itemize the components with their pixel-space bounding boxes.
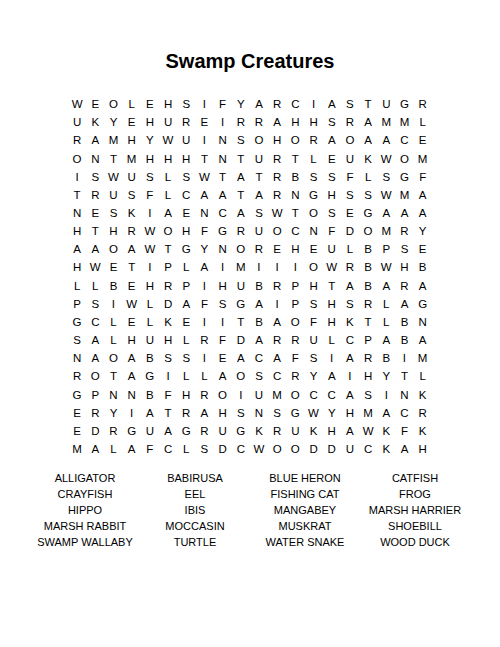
grid-cell-r5-c9[interactable]: T <box>214 168 232 186</box>
grid-cell-r19-c7[interactable]: G <box>177 422 195 440</box>
grid-cell-r9-c12[interactable]: E <box>268 240 286 258</box>
grid-cell-r11-c3[interactable]: B <box>104 277 122 295</box>
grid-cell-r12-c9[interactable]: S <box>214 295 232 313</box>
grid-cell-r15-c4[interactable]: A <box>123 349 141 367</box>
grid-cell-r7-c20[interactable]: A <box>414 204 432 222</box>
grid-cell-r4-c8[interactable]: T <box>195 149 213 167</box>
grid-cell-r9-c13[interactable]: H <box>286 240 304 258</box>
grid-cell-r9-c11[interactable]: R <box>250 240 268 258</box>
grid-cell-r5-c5[interactable]: S <box>141 168 159 186</box>
grid-cell-r1-c12[interactable]: R <box>268 95 286 113</box>
grid-cell-r2-c11[interactable]: R <box>250 113 268 131</box>
grid-cell-r11-c6[interactable]: R <box>159 277 177 295</box>
grid-cell-r2-c8[interactable]: E <box>195 113 213 131</box>
grid-cell-r6-c14[interactable]: G <box>304 186 322 204</box>
grid-cell-r14-c2[interactable]: A <box>86 331 104 349</box>
grid-cell-r8-c8[interactable]: F <box>195 222 213 240</box>
grid-cell-r13-c15[interactable]: H <box>323 313 341 331</box>
grid-cell-r13-c3[interactable]: L <box>104 313 122 331</box>
grid-cell-r14-c10[interactable]: D <box>232 331 250 349</box>
grid-cell-r5-c19[interactable]: G <box>395 168 413 186</box>
grid-cell-r15-c14[interactable]: S <box>304 349 322 367</box>
grid-cell-r1-c10[interactable]: Y <box>232 95 250 113</box>
grid-cell-r13-c9[interactable]: I <box>214 313 232 331</box>
grid-cell-r14-c5[interactable]: U <box>141 331 159 349</box>
grid-cell-r4-c17[interactable]: K <box>359 149 377 167</box>
grid-cell-r16-c4[interactable]: A <box>123 367 141 385</box>
grid-cell-r9-c5[interactable]: W <box>141 240 159 258</box>
grid-cell-r15-c9[interactable]: E <box>214 349 232 367</box>
grid-cell-r14-c18[interactable]: A <box>377 331 395 349</box>
grid-cell-r19-c8[interactable]: R <box>195 422 213 440</box>
grid-cell-r20-c10[interactable]: C <box>232 440 250 458</box>
grid-cell-r3-c12[interactable]: H <box>268 131 286 149</box>
grid-cell-r19-c11[interactable]: K <box>250 422 268 440</box>
grid-cell-r10-c9[interactable]: I <box>214 258 232 276</box>
grid-cell-r10-c15[interactable]: W <box>323 258 341 276</box>
grid-cell-r20-c16[interactable]: U <box>341 440 359 458</box>
grid-cell-r14-c6[interactable]: H <box>159 331 177 349</box>
grid-cell-r13-c14[interactable]: F <box>304 313 322 331</box>
grid-cell-r2-c15[interactable]: S <box>323 113 341 131</box>
grid-cell-r4-c9[interactable]: N <box>214 149 232 167</box>
grid-cell-r12-c2[interactable]: S <box>86 295 104 313</box>
grid-cell-r16-c12[interactable]: C <box>268 367 286 385</box>
grid-cell-r3-c18[interactable]: A <box>377 131 395 149</box>
grid-cell-r19-c12[interactable]: R <box>268 422 286 440</box>
grid-cell-r8-c4[interactable]: R <box>123 222 141 240</box>
grid-cell-r18-c5[interactable]: A <box>141 404 159 422</box>
grid-cell-r19-c15[interactable]: H <box>323 422 341 440</box>
grid-cell-r9-c3[interactable]: O <box>104 240 122 258</box>
grid-cell-r9-c8[interactable]: Y <box>195 240 213 258</box>
grid-cell-r1-c9[interactable]: F <box>214 95 232 113</box>
grid-cell-r14-c17[interactable]: P <box>359 331 377 349</box>
grid-cell-r20-c9[interactable]: D <box>214 440 232 458</box>
grid-cell-r3-c2[interactable]: A <box>86 131 104 149</box>
grid-cell-r19-c4[interactable]: G <box>123 422 141 440</box>
grid-cell-r20-c18[interactable]: K <box>377 440 395 458</box>
grid-cell-r8-c5[interactable]: W <box>141 222 159 240</box>
grid-cell-r17-c8[interactable]: R <box>195 386 213 404</box>
grid-cell-r1-c17[interactable]: T <box>359 95 377 113</box>
grid-cell-r18-c18[interactable]: A <box>377 404 395 422</box>
grid-cell-r20-c6[interactable]: C <box>159 440 177 458</box>
grid-cell-r3-c6[interactable]: W <box>159 131 177 149</box>
grid-cell-r4-c14[interactable]: L <box>304 149 322 167</box>
grid-cell-r4-c13[interactable]: T <box>286 149 304 167</box>
grid-cell-r5-c20[interactable]: F <box>414 168 432 186</box>
grid-cell-r13-c4[interactable]: E <box>123 313 141 331</box>
grid-cell-r20-c13[interactable]: O <box>286 440 304 458</box>
grid-cell-r16-c19[interactable]: T <box>395 367 413 385</box>
grid-cell-r12-c7[interactable]: A <box>177 295 195 313</box>
grid-cell-r11-c16[interactable]: A <box>341 277 359 295</box>
grid-cell-r17-c3[interactable]: N <box>104 386 122 404</box>
grid-cell-r5-c1[interactable]: I <box>68 168 86 186</box>
grid-cell-r18-c15[interactable]: Y <box>323 404 341 422</box>
grid-cell-r7-c1[interactable]: N <box>68 204 86 222</box>
grid-cell-r8-c12[interactable]: O <box>268 222 286 240</box>
grid-cell-r14-c1[interactable]: S <box>68 331 86 349</box>
grid-cell-r18-c17[interactable]: M <box>359 404 377 422</box>
grid-cell-r4-c2[interactable]: N <box>86 149 104 167</box>
grid-cell-r3-c5[interactable]: Y <box>141 131 159 149</box>
grid-cell-r18-c1[interactable]: E <box>68 404 86 422</box>
grid-cell-r15-c8[interactable]: I <box>195 349 213 367</box>
grid-cell-r4-c12[interactable]: R <box>268 149 286 167</box>
grid-cell-r9-c2[interactable]: A <box>86 240 104 258</box>
grid-cell-r9-c20[interactable]: E <box>414 240 432 258</box>
grid-cell-r10-c11[interactable]: I <box>250 258 268 276</box>
grid-cell-r1-c15[interactable]: A <box>323 95 341 113</box>
grid-cell-r15-c17[interactable]: R <box>359 349 377 367</box>
grid-cell-r1-c8[interactable]: I <box>195 95 213 113</box>
grid-cell-r9-c6[interactable]: T <box>159 240 177 258</box>
grid-cell-r8-c19[interactable]: R <box>395 222 413 240</box>
grid-cell-r13-c12[interactable]: A <box>268 313 286 331</box>
grid-cell-r6-c1[interactable]: T <box>68 186 86 204</box>
grid-cell-r4-c16[interactable]: U <box>341 149 359 167</box>
grid-cell-r20-c2[interactable]: A <box>86 440 104 458</box>
grid-cell-r16-c13[interactable]: R <box>286 367 304 385</box>
grid-cell-r3-c11[interactable]: O <box>250 131 268 149</box>
grid-cell-r14-c14[interactable]: U <box>304 331 322 349</box>
grid-cell-r5-c3[interactable]: W <box>104 168 122 186</box>
grid-cell-r12-c20[interactable]: G <box>414 295 432 313</box>
grid-cell-r19-c10[interactable]: G <box>232 422 250 440</box>
grid-cell-r2-c19[interactable]: M <box>395 113 413 131</box>
grid-cell-r17-c13[interactable]: O <box>286 386 304 404</box>
grid-cell-r16-c3[interactable]: T <box>104 367 122 385</box>
grid-cell-r7-c4[interactable]: K <box>123 204 141 222</box>
grid-cell-r10-c1[interactable]: H <box>68 258 86 276</box>
grid-cell-r20-c1[interactable]: M <box>68 440 86 458</box>
grid-cell-r5-c14[interactable]: S <box>304 168 322 186</box>
grid-cell-r15-c12[interactable]: A <box>268 349 286 367</box>
grid-cell-r18-c12[interactable]: S <box>268 404 286 422</box>
grid-cell-r7-c18[interactable]: A <box>377 204 395 222</box>
grid-cell-r15-c18[interactable]: B <box>377 349 395 367</box>
grid-cell-r9-c10[interactable]: O <box>232 240 250 258</box>
grid-cell-r18-c14[interactable]: W <box>304 404 322 422</box>
grid-cell-r1-c16[interactable]: S <box>341 95 359 113</box>
grid-cell-r2-c4[interactable]: E <box>123 113 141 131</box>
grid-cell-r13-c18[interactable]: L <box>377 313 395 331</box>
grid-cell-r4-c11[interactable]: U <box>250 149 268 167</box>
grid-cell-r20-c7[interactable]: L <box>177 440 195 458</box>
grid-cell-r3-c15[interactable]: A <box>323 131 341 149</box>
grid-cell-r3-c4[interactable]: H <box>123 131 141 149</box>
grid-cell-r7-c17[interactable]: G <box>359 204 377 222</box>
grid-cell-r20-c8[interactable]: S <box>195 440 213 458</box>
grid-cell-r17-c17[interactable]: S <box>359 386 377 404</box>
grid-cell-r5-c18[interactable]: S <box>377 168 395 186</box>
grid-cell-r16-c17[interactable]: H <box>359 367 377 385</box>
grid-cell-r9-c14[interactable]: E <box>304 240 322 258</box>
grid-cell-r1-c7[interactable]: S <box>177 95 195 113</box>
grid-cell-r15-c16[interactable]: A <box>341 349 359 367</box>
grid-cell-r4-c6[interactable]: H <box>159 149 177 167</box>
grid-cell-r11-c12[interactable]: R <box>268 277 286 295</box>
grid-cell-r2-c20[interactable]: L <box>414 113 432 131</box>
grid-cell-r11-c13[interactable]: P <box>286 277 304 295</box>
grid-cell-r13-c19[interactable]: B <box>395 313 413 331</box>
grid-cell-r6-c17[interactable]: S <box>359 186 377 204</box>
grid-cell-r19-c16[interactable]: A <box>341 422 359 440</box>
grid-cell-r4-c10[interactable]: T <box>232 149 250 167</box>
grid-cell-r6-c4[interactable]: S <box>123 186 141 204</box>
grid-cell-r14-c8[interactable]: R <box>195 331 213 349</box>
grid-cell-r6-c18[interactable]: W <box>377 186 395 204</box>
grid-cell-r2-c16[interactable]: R <box>341 113 359 131</box>
grid-cell-r13-c5[interactable]: L <box>141 313 159 331</box>
grid-cell-r7-c6[interactable]: A <box>159 204 177 222</box>
grid-cell-r8-c18[interactable]: M <box>377 222 395 240</box>
grid-cell-r2-c5[interactable]: H <box>141 113 159 131</box>
grid-cell-r1-c20[interactable]: R <box>414 95 432 113</box>
grid-cell-r3-c3[interactable]: M <box>104 131 122 149</box>
grid-cell-r5-c2[interactable]: S <box>86 168 104 186</box>
grid-cell-r11-c11[interactable]: B <box>250 277 268 295</box>
grid-cell-r2-c10[interactable]: R <box>232 113 250 131</box>
grid-cell-r16-c1[interactable]: R <box>68 367 86 385</box>
grid-cell-r10-c2[interactable]: W <box>86 258 104 276</box>
grid-cell-r12-c12[interactable]: I <box>268 295 286 313</box>
grid-cell-r17-c5[interactable]: B <box>141 386 159 404</box>
grid-cell-r5-c15[interactable]: S <box>323 168 341 186</box>
grid-cell-r16-c9[interactable]: A <box>214 367 232 385</box>
grid-cell-r5-c16[interactable]: F <box>341 168 359 186</box>
grid-cell-r3-c8[interactable]: I <box>195 131 213 149</box>
grid-cell-r15-c15[interactable]: I <box>323 349 341 367</box>
grid-cell-r2-c12[interactable]: A <box>268 113 286 131</box>
grid-cell-r14-c13[interactable]: R <box>286 331 304 349</box>
grid-cell-r13-c17[interactable]: T <box>359 313 377 331</box>
grid-cell-r11-c18[interactable]: A <box>377 277 395 295</box>
grid-cell-r20-c3[interactable]: L <box>104 440 122 458</box>
grid-cell-r20-c14[interactable]: D <box>304 440 322 458</box>
grid-cell-r10-c8[interactable]: A <box>195 258 213 276</box>
grid-cell-r19-c19[interactable]: F <box>395 422 413 440</box>
grid-cell-r10-c20[interactable]: B <box>414 258 432 276</box>
grid-cell-r1-c4[interactable]: L <box>123 95 141 113</box>
grid-cell-r10-c7[interactable]: L <box>177 258 195 276</box>
grid-cell-r20-c4[interactable]: A <box>123 440 141 458</box>
grid-cell-r11-c7[interactable]: P <box>177 277 195 295</box>
grid-cell-r19-c13[interactable]: U <box>286 422 304 440</box>
grid-cell-r11-c10[interactable]: U <box>232 277 250 295</box>
grid-cell-r17-c10[interactable]: I <box>232 386 250 404</box>
grid-cell-r7-c14[interactable]: O <box>304 204 322 222</box>
grid-cell-r4-c5[interactable]: H <box>141 149 159 167</box>
grid-cell-r16-c18[interactable]: Y <box>377 367 395 385</box>
grid-cell-r15-c7[interactable]: S <box>177 349 195 367</box>
grid-cell-r19-c20[interactable]: K <box>414 422 432 440</box>
grid-cell-r12-c1[interactable]: P <box>68 295 86 313</box>
grid-cell-r17-c14[interactable]: C <box>304 386 322 404</box>
grid-cell-r13-c20[interactable]: N <box>414 313 432 331</box>
grid-cell-r2-c9[interactable]: I <box>214 113 232 131</box>
grid-cell-r12-c15[interactable]: H <box>323 295 341 313</box>
grid-cell-r14-c12[interactable]: R <box>268 331 286 349</box>
grid-cell-r11-c4[interactable]: E <box>123 277 141 295</box>
grid-cell-r3-c16[interactable]: O <box>341 131 359 149</box>
grid-cell-r4-c3[interactable]: T <box>104 149 122 167</box>
grid-cell-r16-c16[interactable]: I <box>341 367 359 385</box>
grid-cell-r6-c7[interactable]: C <box>177 186 195 204</box>
grid-cell-r2-c3[interactable]: Y <box>104 113 122 131</box>
grid-cell-r2-c2[interactable]: K <box>86 113 104 131</box>
grid-cell-r17-c2[interactable]: P <box>86 386 104 404</box>
grid-cell-r7-c11[interactable]: S <box>250 204 268 222</box>
grid-cell-r16-c11[interactable]: S <box>250 367 268 385</box>
grid-cell-r11-c19[interactable]: R <box>395 277 413 295</box>
grid-cell-r13-c6[interactable]: K <box>159 313 177 331</box>
grid-cell-r7-c2[interactable]: E <box>86 204 104 222</box>
grid-cell-r16-c20[interactable]: L <box>414 367 432 385</box>
grid-cell-r20-c11[interactable]: W <box>250 440 268 458</box>
grid-cell-r15-c1[interactable]: N <box>68 349 86 367</box>
grid-cell-r10-c13[interactable]: I <box>286 258 304 276</box>
grid-cell-r4-c15[interactable]: E <box>323 149 341 167</box>
grid-cell-r5-c4[interactable]: U <box>123 168 141 186</box>
grid-cell-r17-c16[interactable]: A <box>341 386 359 404</box>
grid-cell-r1-c1[interactable]: W <box>68 95 86 113</box>
grid-cell-r6-c6[interactable]: L <box>159 186 177 204</box>
grid-cell-r1-c3[interactable]: O <box>104 95 122 113</box>
grid-cell-r8-c20[interactable]: Y <box>414 222 432 240</box>
grid-cell-r11-c9[interactable]: H <box>214 277 232 295</box>
grid-cell-r18-c13[interactable]: G <box>286 404 304 422</box>
grid-cell-r7-c19[interactable]: A <box>395 204 413 222</box>
grid-cell-r16-c14[interactable]: Y <box>304 367 322 385</box>
grid-cell-r12-c4[interactable]: W <box>123 295 141 313</box>
grid-cell-r6-c16[interactable]: S <box>341 186 359 204</box>
grid-cell-r16-c2[interactable]: O <box>86 367 104 385</box>
grid-cell-r17-c18[interactable]: I <box>377 386 395 404</box>
grid-cell-r20-c17[interactable]: C <box>359 440 377 458</box>
grid-cell-r8-c13[interactable]: C <box>286 222 304 240</box>
grid-cell-r6-c5[interactable]: F <box>141 186 159 204</box>
grid-cell-r4-c18[interactable]: W <box>377 149 395 167</box>
grid-cell-r2-c6[interactable]: U <box>159 113 177 131</box>
grid-cell-r13-c11[interactable]: B <box>250 313 268 331</box>
grid-cell-r11-c5[interactable]: H <box>141 277 159 295</box>
grid-cell-r2-c14[interactable]: H <box>304 113 322 131</box>
grid-cell-r17-c6[interactable]: F <box>159 386 177 404</box>
grid-cell-r10-c14[interactable]: O <box>304 258 322 276</box>
grid-cell-r7-c12[interactable]: W <box>268 204 286 222</box>
grid-cell-r4-c1[interactable]: O <box>68 149 86 167</box>
grid-cell-r14-c4[interactable]: H <box>123 331 141 349</box>
grid-cell-r3-c13[interactable]: O <box>286 131 304 149</box>
grid-cell-r6-c10[interactable]: T <box>232 186 250 204</box>
grid-cell-r17-c1[interactable]: G <box>68 386 86 404</box>
grid-cell-r20-c12[interactable]: O <box>268 440 286 458</box>
grid-cell-r1-c5[interactable]: E <box>141 95 159 113</box>
grid-cell-r5-c11[interactable]: T <box>250 168 268 186</box>
grid-cell-r9-c4[interactable]: A <box>123 240 141 258</box>
grid-cell-r18-c2[interactable]: R <box>86 404 104 422</box>
grid-cell-r12-c18[interactable]: L <box>377 295 395 313</box>
grid-cell-r3-c7[interactable]: U <box>177 131 195 149</box>
grid-cell-r15-c13[interactable]: F <box>286 349 304 367</box>
grid-cell-r7-c8[interactable]: N <box>195 204 213 222</box>
grid-cell-r10-c19[interactable]: H <box>395 258 413 276</box>
grid-cell-r19-c14[interactable]: K <box>304 422 322 440</box>
grid-cell-r8-c7[interactable]: H <box>177 222 195 240</box>
grid-cell-r15-c3[interactable]: O <box>104 349 122 367</box>
grid-cell-r1-c19[interactable]: G <box>395 95 413 113</box>
grid-cell-r18-c11[interactable]: N <box>250 404 268 422</box>
grid-cell-r9-c15[interactable]: U <box>323 240 341 258</box>
grid-cell-r12-c17[interactable]: R <box>359 295 377 313</box>
grid-cell-r10-c17[interactable]: B <box>359 258 377 276</box>
grid-cell-r19-c9[interactable]: U <box>214 422 232 440</box>
grid-cell-r14-c3[interactable]: L <box>104 331 122 349</box>
grid-cell-r17-c15[interactable]: C <box>323 386 341 404</box>
grid-cell-r19-c18[interactable]: K <box>377 422 395 440</box>
grid-cell-r13-c10[interactable]: T <box>232 313 250 331</box>
grid-cell-r8-c3[interactable]: H <box>104 222 122 240</box>
grid-cell-r6-c9[interactable]: A <box>214 186 232 204</box>
grid-cell-r3-c19[interactable]: C <box>395 131 413 149</box>
grid-cell-r13-c7[interactable]: E <box>177 313 195 331</box>
grid-cell-r14-c19[interactable]: B <box>395 331 413 349</box>
grid-cell-r8-c17[interactable]: O <box>359 222 377 240</box>
grid-cell-r9-c19[interactable]: S <box>395 240 413 258</box>
grid-cell-r15-c20[interactable]: M <box>414 349 432 367</box>
grid-cell-r15-c11[interactable]: C <box>250 349 268 367</box>
grid-cell-r19-c6[interactable]: A <box>159 422 177 440</box>
grid-cell-r15-c5[interactable]: B <box>141 349 159 367</box>
grid-cell-r1-c14[interactable]: I <box>304 95 322 113</box>
grid-cell-r18-c8[interactable]: A <box>195 404 213 422</box>
grid-cell-r11-c15[interactable]: T <box>323 277 341 295</box>
grid-cell-r13-c2[interactable]: C <box>86 313 104 331</box>
grid-cell-r11-c20[interactable]: A <box>414 277 432 295</box>
grid-cell-r1-c13[interactable]: C <box>286 95 304 113</box>
grid-cell-r6-c2[interactable]: R <box>86 186 104 204</box>
grid-cell-r4-c19[interactable]: O <box>395 149 413 167</box>
grid-cell-r9-c1[interactable]: A <box>68 240 86 258</box>
grid-cell-r9-c18[interactable]: P <box>377 240 395 258</box>
grid-cell-r15-c10[interactable]: A <box>232 349 250 367</box>
grid-cell-r4-c7[interactable]: H <box>177 149 195 167</box>
grid-cell-r7-c15[interactable]: S <box>323 204 341 222</box>
grid-cell-r12-c19[interactable]: A <box>395 295 413 313</box>
grid-cell-r8-c11[interactable]: U <box>250 222 268 240</box>
grid-cell-r2-c1[interactable]: U <box>68 113 86 131</box>
grid-cell-r6-c19[interactable]: M <box>395 186 413 204</box>
grid-cell-r20-c20[interactable]: H <box>414 440 432 458</box>
grid-cell-r20-c19[interactable]: A <box>395 440 413 458</box>
grid-cell-r17-c4[interactable]: N <box>123 386 141 404</box>
grid-cell-r5-c8[interactable]: W <box>195 168 213 186</box>
grid-cell-r7-c9[interactable]: C <box>214 204 232 222</box>
grid-cell-r18-c4[interactable]: I <box>123 404 141 422</box>
grid-cell-r8-c2[interactable]: T <box>86 222 104 240</box>
grid-cell-r10-c5[interactable]: I <box>141 258 159 276</box>
grid-cell-r10-c12[interactable]: I <box>268 258 286 276</box>
grid-cell-r2-c18[interactable]: M <box>377 113 395 131</box>
grid-cell-r5-c10[interactable]: A <box>232 168 250 186</box>
grid-cell-r12-c3[interactable]: I <box>104 295 122 313</box>
grid-cell-r1-c2[interactable]: E <box>86 95 104 113</box>
grid-cell-r9-c9[interactable]: N <box>214 240 232 258</box>
grid-cell-r13-c16[interactable]: K <box>341 313 359 331</box>
